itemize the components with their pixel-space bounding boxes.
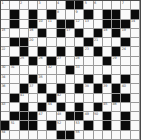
white-cell[interactable]: 5: [84, 1, 93, 10]
white-cell[interactable]: [103, 66, 112, 75]
black-cell: [75, 29, 84, 38]
white-cell[interactable]: 50: [94, 112, 103, 121]
black-cell: [10, 94, 19, 103]
clue-number: 51: [11, 121, 15, 125]
white-cell[interactable]: [131, 84, 140, 93]
black-cell: [121, 112, 130, 121]
black-cell: [10, 10, 19, 19]
clue-number: 16: [29, 28, 33, 32]
white-cell[interactable]: 12: [75, 20, 84, 29]
black-cell: [112, 84, 121, 93]
clue-number: 10: [38, 19, 42, 23]
white-cell[interactable]: [131, 29, 140, 38]
white-cell[interactable]: [131, 94, 140, 103]
clue-number: 39: [103, 84, 107, 88]
white-cell[interactable]: [1, 112, 10, 121]
white-cell[interactable]: [10, 131, 19, 140]
white-cell[interactable]: [84, 29, 93, 38]
black-cell: [20, 121, 29, 130]
white-cell[interactable]: [131, 103, 140, 112]
white-cell[interactable]: [38, 38, 47, 47]
clue-number: 38: [85, 84, 89, 88]
white-cell[interactable]: 3: [38, 1, 47, 10]
black-cell: [38, 29, 47, 38]
white-cell[interactable]: [112, 75, 121, 84]
clue-number: 31: [11, 65, 15, 69]
black-cell: [112, 10, 121, 19]
clue-number: 46: [113, 102, 117, 106]
white-cell[interactable]: [38, 94, 47, 103]
white-cell[interactable]: 18: [103, 29, 112, 38]
white-cell[interactable]: [57, 75, 66, 84]
white-cell[interactable]: [47, 47, 56, 56]
white-cell[interactable]: [112, 121, 121, 130]
white-cell[interactable]: 21: [94, 38, 103, 47]
black-cell: [29, 57, 38, 66]
white-cell[interactable]: [20, 75, 29, 84]
white-cell[interactable]: [38, 121, 47, 130]
black-cell: [103, 10, 112, 19]
clue-number: 13: [85, 19, 89, 23]
white-cell[interactable]: 51: [10, 121, 19, 130]
white-cell[interactable]: 55: [75, 131, 84, 140]
white-cell[interactable]: 49: [84, 112, 93, 121]
black-cell: [66, 66, 75, 75]
white-cell[interactable]: 10: [38, 20, 47, 29]
clue-number: 53: [76, 121, 80, 125]
clue-number: 20: [29, 38, 33, 42]
white-cell[interactable]: [10, 103, 19, 112]
white-cell[interactable]: [131, 47, 140, 56]
black-cell: [20, 103, 29, 112]
white-cell[interactable]: 39: [103, 84, 112, 93]
white-cell[interactable]: 54: [1, 131, 10, 140]
white-cell[interactable]: [112, 131, 121, 140]
white-cell[interactable]: [103, 1, 112, 10]
white-cell[interactable]: 32: [47, 66, 56, 75]
white-cell[interactable]: [94, 20, 103, 29]
black-cell: [75, 84, 84, 93]
white-cell[interactable]: 20: [29, 38, 38, 47]
white-cell[interactable]: [94, 10, 103, 19]
white-cell[interactable]: 31: [10, 66, 19, 75]
white-cell[interactable]: [66, 75, 75, 84]
white-cell[interactable]: 24: [121, 47, 130, 56]
white-cell[interactable]: 2: [20, 1, 29, 10]
black-cell: [10, 20, 19, 29]
white-cell[interactable]: [94, 57, 103, 66]
crossword-page: 1234567891011121314151617181920212223242…: [0, 0, 140, 140]
white-cell[interactable]: [131, 121, 140, 130]
white-cell[interactable]: [47, 75, 56, 84]
clue-number: 26: [38, 56, 42, 60]
white-cell[interactable]: 27: [57, 57, 66, 66]
black-cell: [121, 94, 130, 103]
black-cell: [103, 57, 112, 66]
white-cell[interactable]: [20, 20, 29, 29]
white-cell[interactable]: [57, 38, 66, 47]
black-cell: [75, 103, 84, 112]
white-cell[interactable]: [84, 131, 93, 140]
black-cell: [112, 20, 121, 29]
white-cell[interactable]: [94, 121, 103, 130]
white-cell[interactable]: [66, 103, 75, 112]
white-cell[interactable]: 33: [75, 66, 84, 75]
white-cell[interactable]: 1: [1, 1, 10, 10]
white-cell[interactable]: [121, 66, 130, 75]
clue-number: 48: [57, 112, 61, 116]
black-cell: [57, 20, 66, 29]
black-cell: [66, 1, 75, 10]
white-cell[interactable]: [66, 84, 75, 93]
white-cell[interactable]: [47, 131, 56, 140]
clue-number: 2: [20, 1, 22, 5]
white-cell[interactable]: 6: [94, 1, 103, 10]
white-cell[interactable]: [121, 10, 130, 19]
white-cell[interactable]: [84, 66, 93, 75]
white-cell[interactable]: [10, 75, 19, 84]
white-cell[interactable]: [47, 29, 56, 38]
white-cell[interactable]: [10, 84, 19, 93]
white-cell[interactable]: 38: [84, 84, 93, 93]
black-cell: [57, 29, 66, 38]
white-cell[interactable]: [75, 75, 84, 84]
white-cell[interactable]: [29, 47, 38, 56]
white-cell[interactable]: [20, 66, 29, 75]
white-cell[interactable]: [131, 1, 140, 10]
white-cell[interactable]: [112, 1, 121, 10]
clue-number: 45: [103, 102, 107, 106]
white-cell[interactable]: [112, 112, 121, 121]
black-cell: [66, 112, 75, 121]
clue-number: 33: [76, 65, 80, 69]
crossword-grid: 1234567891011121314151617181920212223242…: [0, 0, 141, 140]
white-cell[interactable]: [131, 75, 140, 84]
white-cell[interactable]: [84, 94, 93, 103]
white-cell[interactable]: [103, 131, 112, 140]
white-cell[interactable]: 15: [1, 29, 10, 38]
white-cell[interactable]: 52: [57, 121, 66, 130]
white-cell[interactable]: [131, 57, 140, 66]
clue-number: 27: [57, 56, 61, 60]
clue-number: 23: [85, 47, 89, 51]
white-cell[interactable]: [94, 66, 103, 75]
clue-number: 24: [122, 47, 126, 51]
clue-number: 1: [1, 1, 3, 5]
clue-number: 37: [29, 84, 33, 88]
white-cell[interactable]: 17: [66, 29, 75, 38]
white-cell[interactable]: [66, 38, 75, 47]
black-cell: [112, 29, 121, 38]
clue-number: 29: [113, 56, 117, 60]
white-cell[interactable]: 42: [57, 94, 66, 103]
black-cell: [57, 131, 66, 140]
clue-number: 21: [94, 38, 98, 42]
clue-number: 43: [1, 102, 5, 106]
clue-number: 9: [76, 10, 78, 14]
white-cell[interactable]: [112, 38, 121, 47]
white-cell[interactable]: [84, 57, 93, 66]
black-cell: [10, 38, 19, 47]
black-cell: [38, 84, 47, 93]
white-cell[interactable]: [131, 66, 140, 75]
white-cell[interactable]: 22: [1, 47, 10, 56]
white-cell[interactable]: [131, 38, 140, 47]
black-cell: [29, 121, 38, 130]
clue-number: 32: [48, 65, 52, 69]
white-cell[interactable]: [38, 131, 47, 140]
white-cell[interactable]: [29, 94, 38, 103]
black-cell: [84, 121, 93, 130]
white-cell[interactable]: [10, 1, 19, 10]
clue-number: 47: [38, 112, 42, 116]
white-cell[interactable]: [29, 1, 38, 10]
black-cell: [20, 112, 29, 121]
white-cell[interactable]: [47, 38, 56, 47]
white-cell[interactable]: 41: [20, 94, 29, 103]
clue-number: 52: [57, 121, 61, 125]
clue-number: 14: [131, 19, 135, 23]
white-cell[interactable]: [20, 29, 29, 38]
black-cell: [121, 121, 130, 130]
white-cell[interactable]: 47: [38, 112, 47, 121]
white-cell[interactable]: 44: [47, 103, 56, 112]
white-cell[interactable]: 46: [112, 103, 121, 112]
black-cell: [103, 112, 112, 121]
clue-number: 12: [76, 19, 80, 23]
white-cell[interactable]: [57, 66, 66, 75]
clue-number: 55: [76, 130, 80, 134]
clue-number: 8: [57, 10, 59, 14]
black-cell: [94, 84, 103, 93]
white-cell[interactable]: [94, 131, 103, 140]
white-cell[interactable]: [121, 57, 130, 66]
clue-number: 3: [38, 1, 40, 5]
black-cell: [47, 121, 56, 130]
white-cell[interactable]: 8: [57, 10, 66, 19]
white-cell[interactable]: [94, 75, 103, 84]
white-cell[interactable]: 23: [84, 47, 93, 56]
white-cell[interactable]: [66, 121, 75, 130]
white-cell[interactable]: [20, 10, 29, 19]
white-cell[interactable]: 13: [84, 20, 93, 29]
black-cell: [66, 131, 75, 140]
white-cell[interactable]: 25: [20, 57, 29, 66]
white-cell[interactable]: [66, 94, 75, 103]
clue-number: 25: [20, 56, 24, 60]
white-cell[interactable]: [47, 112, 56, 121]
white-cell[interactable]: [103, 38, 112, 47]
white-cell[interactable]: [10, 47, 19, 56]
black-cell: [20, 38, 29, 47]
white-cell[interactable]: [66, 57, 75, 66]
white-cell[interactable]: 11: [47, 20, 56, 29]
clue-number: 4: [57, 1, 59, 5]
clue-number: 42: [57, 93, 61, 97]
clue-number: 40: [122, 84, 126, 88]
white-cell[interactable]: [75, 38, 84, 47]
white-cell[interactable]: [75, 94, 84, 103]
white-cell[interactable]: [66, 47, 75, 56]
white-cell[interactable]: [121, 131, 130, 140]
white-cell[interactable]: [10, 29, 19, 38]
black-cell: [29, 112, 38, 121]
clue-number: 28: [76, 56, 80, 60]
clue-number: 36: [1, 84, 5, 88]
white-cell[interactable]: 43: [1, 103, 10, 112]
clue-number: 6: [94, 1, 96, 5]
white-cell[interactable]: 29: [112, 57, 121, 66]
white-cell[interactable]: 37: [29, 84, 38, 93]
black-cell: [94, 47, 103, 56]
clue-number: 35: [38, 75, 42, 79]
white-cell[interactable]: 7: [121, 1, 130, 10]
clue-number: 34: [1, 75, 5, 79]
clue-number: 18: [103, 28, 107, 32]
clue-number: 22: [1, 47, 5, 51]
white-cell[interactable]: 40: [121, 84, 130, 93]
white-cell[interactable]: [66, 10, 75, 19]
white-cell[interactable]: [47, 1, 56, 10]
white-cell[interactable]: 36: [1, 84, 10, 93]
black-cell: [29, 10, 38, 19]
clue-number: 5: [85, 1, 87, 5]
clue-number: 11: [48, 19, 52, 23]
white-cell[interactable]: [20, 131, 29, 140]
clue-number: 44: [48, 102, 52, 106]
white-cell[interactable]: 45: [103, 103, 112, 112]
white-cell[interactable]: 19: [121, 29, 130, 38]
white-cell[interactable]: [29, 131, 38, 140]
white-cell[interactable]: [103, 47, 112, 56]
white-cell[interactable]: [29, 103, 38, 112]
white-cell[interactable]: 35: [38, 75, 47, 84]
white-cell[interactable]: [131, 131, 140, 140]
white-cell[interactable]: [121, 103, 130, 112]
clue-number: 49: [85, 112, 89, 116]
clue-number: 7: [122, 1, 124, 5]
clue-number: 19: [122, 28, 126, 32]
white-cell[interactable]: 26: [38, 57, 47, 66]
white-cell[interactable]: [29, 66, 38, 75]
white-cell[interactable]: [112, 66, 121, 75]
white-cell[interactable]: [47, 84, 56, 93]
clue-number: 41: [20, 93, 24, 97]
black-cell: [103, 121, 112, 130]
white-cell[interactable]: 14: [131, 20, 140, 29]
clue-number: 17: [66, 28, 70, 32]
clue-number: 50: [94, 112, 98, 116]
white-cell[interactable]: [94, 94, 103, 103]
white-cell[interactable]: [131, 112, 140, 121]
clue-number: 15: [1, 28, 5, 32]
clue-number: 30: [1, 65, 5, 69]
clue-number: 54: [1, 130, 5, 134]
white-cell[interactable]: [1, 10, 10, 19]
